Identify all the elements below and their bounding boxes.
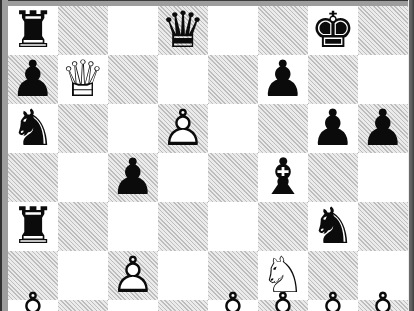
square-e2[interactable]: ♟♙	[208, 300, 258, 311]
square-e8[interactable]	[208, 6, 258, 55]
square-d2[interactable]	[158, 300, 208, 311]
square-g6[interactable]: ♟	[308, 104, 358, 153]
square-e6[interactable]	[208, 104, 258, 153]
square-c6[interactable]	[108, 104, 158, 153]
square-f5[interactable]: ♝	[258, 153, 308, 202]
square-h4[interactable]	[358, 202, 408, 251]
square-d7[interactable]	[158, 55, 208, 104]
square-f2[interactable]: ♟♙	[258, 300, 308, 311]
square-d8[interactable]: ♛	[158, 6, 208, 55]
black-knight-g4: ♞	[308, 202, 358, 251]
black-pawn-h6: ♟	[358, 104, 408, 153]
square-a4[interactable]: ♜	[8, 202, 58, 251]
square-a2[interactable]: ♟♙	[8, 300, 58, 311]
square-a8[interactable]: ♜	[8, 6, 58, 55]
white-pawn-e2: ♟♙	[208, 287, 258, 311]
square-b3[interactable]	[58, 251, 108, 300]
black-bishop-f5: ♝	[258, 153, 308, 202]
square-b7[interactable]: ♛♕	[58, 55, 108, 104]
square-g4[interactable]: ♞	[308, 202, 358, 251]
square-h7[interactable]	[358, 55, 408, 104]
square-b5[interactable]	[58, 153, 108, 202]
square-f4[interactable]	[258, 202, 308, 251]
black-knight-a6: ♞	[8, 104, 58, 153]
chess-diagram: ♜♛♚♟♛♕♟♞♟♙♟♟♟♝♜♞♟♙♞♘♟♙♟♙♟♙♟♙♟♙	[0, 0, 414, 311]
white-queen-b7: ♛♕	[58, 55, 108, 104]
white-pawn-g2: ♟♙	[308, 287, 358, 311]
board-frame-left-edge	[0, 0, 8, 311]
black-king-g8: ♚	[308, 6, 358, 55]
square-h2[interactable]: ♟♙	[358, 300, 408, 311]
board-frame-top-edge	[0, 0, 414, 6]
square-d5[interactable]	[158, 153, 208, 202]
square-d4[interactable]	[158, 202, 208, 251]
square-a6[interactable]: ♞	[8, 104, 58, 153]
square-f6[interactable]	[258, 104, 308, 153]
square-e7[interactable]	[208, 55, 258, 104]
square-d3[interactable]	[158, 251, 208, 300]
square-c4[interactable]	[108, 202, 158, 251]
square-c3[interactable]: ♟♙	[108, 251, 158, 300]
square-h8[interactable]	[358, 6, 408, 55]
square-e4[interactable]	[208, 202, 258, 251]
square-b8[interactable]	[58, 6, 108, 55]
square-f8[interactable]	[258, 6, 308, 55]
square-g5[interactable]	[308, 153, 358, 202]
square-a5[interactable]	[8, 153, 58, 202]
square-g8[interactable]: ♚	[308, 6, 358, 55]
white-pawn-a2: ♟♙	[8, 287, 58, 311]
white-pawn-d6: ♟♙	[158, 104, 208, 153]
square-h6[interactable]: ♟	[358, 104, 408, 153]
black-pawn-f7: ♟	[258, 55, 308, 104]
white-pawn-h2: ♟♙	[358, 287, 408, 311]
square-b6[interactable]	[58, 104, 108, 153]
chess-board: ♜♛♚♟♛♕♟♞♟♙♟♟♟♝♜♞♟♙♞♘♟♙♟♙♟♙♟♙♟♙	[8, 6, 408, 311]
square-a7[interactable]: ♟	[8, 55, 58, 104]
square-g7[interactable]	[308, 55, 358, 104]
square-c5[interactable]: ♟	[108, 153, 158, 202]
square-c7[interactable]	[108, 55, 158, 104]
square-c8[interactable]	[108, 6, 158, 55]
square-b2[interactable]	[58, 300, 108, 311]
black-pawn-g6: ♟	[308, 104, 358, 153]
black-rook-a4: ♜	[8, 202, 58, 251]
board-frame-right-edge	[408, 0, 414, 311]
black-rook-a8: ♜	[8, 6, 58, 55]
square-d6[interactable]: ♟♙	[158, 104, 208, 153]
square-g2[interactable]: ♟♙	[308, 300, 358, 311]
white-pawn-c3: ♟♙	[108, 251, 158, 300]
black-queen-d8: ♛	[158, 6, 208, 55]
square-e5[interactable]	[208, 153, 258, 202]
white-pawn-f2: ♟♙	[258, 287, 308, 311]
square-h5[interactable]	[358, 153, 408, 202]
black-pawn-c5: ♟	[108, 153, 158, 202]
square-f7[interactable]: ♟	[258, 55, 308, 104]
square-b4[interactable]	[58, 202, 108, 251]
black-pawn-a7: ♟	[8, 55, 58, 104]
